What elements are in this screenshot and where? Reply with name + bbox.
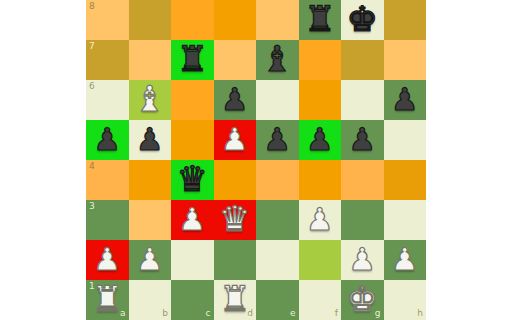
square-f3[interactable]: ♟ xyxy=(299,200,342,240)
rank-label-7: 7 xyxy=(89,42,95,51)
rank-label-8: 8 xyxy=(89,2,95,11)
rank-label-4: 4 xyxy=(89,162,95,171)
square-c6[interactable] xyxy=(171,80,214,120)
square-a3[interactable]: 3 xyxy=(86,200,129,240)
square-a4[interactable]: 4 xyxy=(86,160,129,200)
square-d1[interactable]: d♜ xyxy=(214,280,257,320)
rank-label-6: 6 xyxy=(89,82,95,91)
piece-white-pawn: ♟ xyxy=(221,124,249,155)
square-c7[interactable]: ♜ xyxy=(171,40,214,80)
square-c3[interactable]: ♟ xyxy=(171,200,214,240)
square-h1[interactable]: h xyxy=(384,280,427,320)
square-h3[interactable] xyxy=(384,200,427,240)
rank-label-3: 3 xyxy=(89,202,95,211)
square-e3[interactable] xyxy=(256,200,299,240)
square-d3[interactable]: ♛ xyxy=(214,200,257,240)
square-h4[interactable] xyxy=(384,160,427,200)
square-b6[interactable]: ♝ xyxy=(129,80,172,120)
square-g8[interactable]: ♚ xyxy=(341,0,384,40)
file-label-c: c xyxy=(206,309,211,318)
piece-white-pawn: ♟ xyxy=(136,244,164,275)
piece-black-king: ♚ xyxy=(347,2,378,37)
file-label-b: b xyxy=(162,309,168,318)
square-g6[interactable] xyxy=(341,80,384,120)
file-label-a: a xyxy=(120,309,126,318)
square-e8[interactable] xyxy=(256,0,299,40)
piece-black-queen: ♛ xyxy=(177,162,208,197)
square-h6[interactable]: ♟ xyxy=(384,80,427,120)
file-label-g: g xyxy=(375,309,381,318)
square-f1[interactable]: f xyxy=(299,280,342,320)
square-a2[interactable]: ♟ xyxy=(86,240,129,280)
piece-white-bishop: ♝ xyxy=(134,82,165,117)
file-label-d: d xyxy=(247,309,253,318)
square-e2[interactable] xyxy=(256,240,299,280)
square-d8[interactable] xyxy=(214,0,257,40)
square-a6[interactable]: 6 xyxy=(86,80,129,120)
piece-black-pawn: ♟ xyxy=(221,84,249,115)
piece-white-rook: ♜ xyxy=(219,282,250,317)
square-b5[interactable]: ♟ xyxy=(129,120,172,160)
piece-white-pawn: ♟ xyxy=(306,204,334,235)
square-f7[interactable] xyxy=(299,40,342,80)
square-h2[interactable]: ♟ xyxy=(384,240,427,280)
piece-white-queen: ♛ xyxy=(219,202,250,237)
square-e4[interactable] xyxy=(256,160,299,200)
square-a5[interactable]: ♟ xyxy=(86,120,129,160)
square-d5[interactable]: ♟ xyxy=(214,120,257,160)
piece-black-bishop: ♝ xyxy=(262,42,293,77)
piece-black-pawn: ♟ xyxy=(391,84,419,115)
file-label-e: e xyxy=(290,309,296,318)
square-b4[interactable] xyxy=(129,160,172,200)
file-label-h: h xyxy=(417,309,423,318)
square-d6[interactable]: ♟ xyxy=(214,80,257,120)
square-a1[interactable]: 1a♜ xyxy=(86,280,129,320)
square-c2[interactable] xyxy=(171,240,214,280)
square-f5[interactable]: ♟ xyxy=(299,120,342,160)
square-c5[interactable] xyxy=(171,120,214,160)
piece-black-pawn: ♟ xyxy=(263,124,291,155)
square-g7[interactable] xyxy=(341,40,384,80)
square-g1[interactable]: g♚ xyxy=(341,280,384,320)
square-e1[interactable]: e xyxy=(256,280,299,320)
square-d2[interactable] xyxy=(214,240,257,280)
piece-black-pawn: ♟ xyxy=(136,124,164,155)
file-label-f: f xyxy=(335,309,338,318)
square-b3[interactable] xyxy=(129,200,172,240)
square-f6[interactable] xyxy=(299,80,342,120)
square-b7[interactable] xyxy=(129,40,172,80)
piece-black-rook: ♜ xyxy=(177,42,208,77)
piece-black-pawn: ♟ xyxy=(348,124,376,155)
square-f8[interactable]: ♜ xyxy=(299,0,342,40)
square-f2[interactable] xyxy=(299,240,342,280)
chess-board: 8♜♚7♜♝6♝♟♟♟♟♟♟♟♟4♛3♟♛♟♟♟♟♟1a♜bcd♜efg♚h xyxy=(86,0,426,320)
piece-white-king: ♚ xyxy=(347,282,378,317)
piece-white-pawn: ♟ xyxy=(391,244,419,275)
piece-black-pawn: ♟ xyxy=(306,124,334,155)
square-g4[interactable] xyxy=(341,160,384,200)
square-d7[interactable] xyxy=(214,40,257,80)
rank-label-1: 1 xyxy=(89,282,95,291)
square-a7[interactable]: 7 xyxy=(86,40,129,80)
piece-white-pawn: ♟ xyxy=(348,244,376,275)
piece-white-pawn: ♟ xyxy=(178,204,206,235)
square-h5[interactable] xyxy=(384,120,427,160)
square-d4[interactable] xyxy=(214,160,257,200)
square-g2[interactable]: ♟ xyxy=(341,240,384,280)
square-a8[interactable]: 8 xyxy=(86,0,129,40)
square-f4[interactable] xyxy=(299,160,342,200)
square-e7[interactable]: ♝ xyxy=(256,40,299,80)
piece-black-rook: ♜ xyxy=(304,2,335,37)
piece-black-pawn: ♟ xyxy=(93,124,121,155)
square-e5[interactable]: ♟ xyxy=(256,120,299,160)
square-c4[interactable]: ♛ xyxy=(171,160,214,200)
square-g3[interactable] xyxy=(341,200,384,240)
square-b8[interactable] xyxy=(129,0,172,40)
square-h7[interactable] xyxy=(384,40,427,80)
square-h8[interactable] xyxy=(384,0,427,40)
square-b2[interactable]: ♟ xyxy=(129,240,172,280)
square-b1[interactable]: b xyxy=(129,280,172,320)
piece-white-pawn: ♟ xyxy=(93,244,121,275)
square-c8[interactable] xyxy=(171,0,214,40)
piece-white-rook: ♜ xyxy=(92,282,123,317)
square-c1[interactable]: c xyxy=(171,280,214,320)
square-g5[interactable]: ♟ xyxy=(341,120,384,160)
square-e6[interactable] xyxy=(256,80,299,120)
